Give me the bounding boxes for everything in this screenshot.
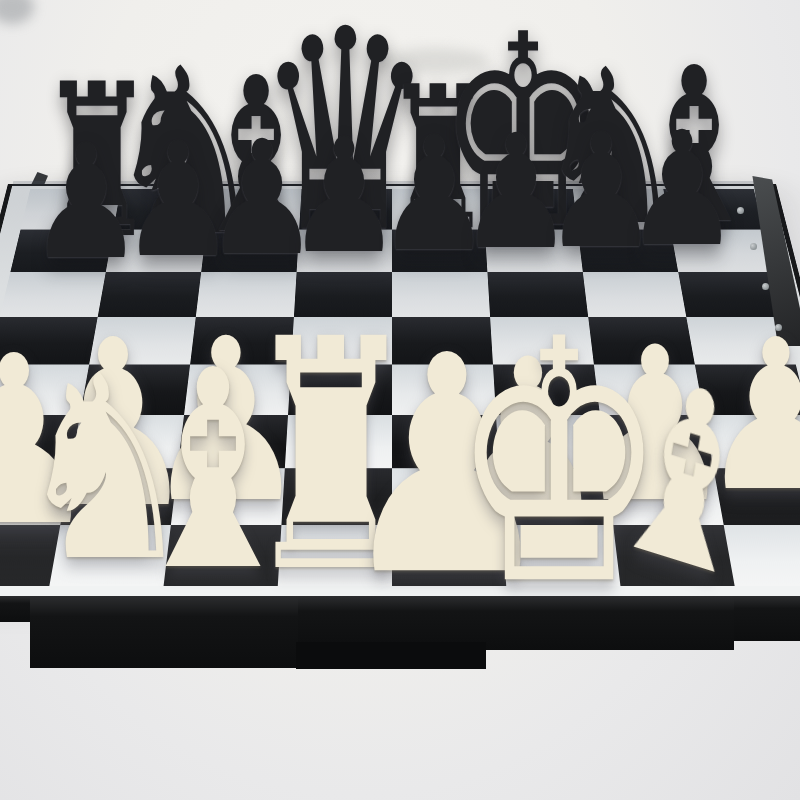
square-e1 <box>392 525 506 586</box>
square-b7 <box>106 230 207 273</box>
square-f4 <box>493 364 600 414</box>
square-b4 <box>80 364 190 414</box>
square-b6 <box>98 272 201 317</box>
square-g2 <box>606 468 723 525</box>
square-f7 <box>485 230 583 273</box>
square-a4 <box>0 364 89 414</box>
square-f2 <box>499 468 613 525</box>
square-c6 <box>196 272 297 317</box>
square-d8 <box>299 189 392 229</box>
square-b5 <box>89 317 196 365</box>
square-b3 <box>70 415 184 468</box>
square-b8 <box>113 189 211 229</box>
square-a7 <box>10 230 113 273</box>
square-d2 <box>281 468 392 525</box>
square-c7 <box>201 230 299 273</box>
square-f6 <box>487 272 588 317</box>
square-e7 <box>392 230 487 273</box>
chess-set-photo: ♜♞♝♛♜♚♞♝♟♟♟♟♟♟♟♟♟♟♟♟♟♟♞♝♜♟♚♝ <box>0 0 800 800</box>
square-f5 <box>490 317 594 365</box>
margin-rivet <box>775 324 782 331</box>
square-c1 <box>164 525 282 586</box>
square-a8 <box>21 189 121 229</box>
square-g6 <box>583 272 686 317</box>
square-h3 <box>704 415 800 468</box>
square-c2 <box>171 468 285 525</box>
square-a2 <box>0 468 70 525</box>
square-e4 <box>392 364 496 414</box>
square-e5 <box>392 317 493 365</box>
square-h1 <box>724 525 800 586</box>
chess-board <box>0 186 800 599</box>
margin-rivet <box>737 207 744 214</box>
square-h4 <box>695 364 800 414</box>
square-g4 <box>594 364 704 414</box>
square-d1 <box>278 525 392 586</box>
case-front-rim <box>30 596 298 668</box>
square-a3 <box>0 415 80 468</box>
case-front-rim <box>734 596 800 641</box>
square-g5 <box>588 317 695 365</box>
square-c8 <box>206 189 301 229</box>
square-a5 <box>0 317 98 365</box>
square-d4 <box>288 364 392 414</box>
square-g1 <box>613 525 734 586</box>
square-f1 <box>503 525 621 586</box>
square-h8 <box>663 189 763 229</box>
background-smudge <box>380 48 490 74</box>
margin-rivet <box>750 243 757 250</box>
square-g3 <box>600 415 714 468</box>
case-latch <box>296 642 486 669</box>
margin-rivet <box>762 283 769 290</box>
square-c5 <box>190 317 294 365</box>
square-e3 <box>392 415 499 468</box>
square-e2 <box>392 468 503 525</box>
square-d6 <box>294 272 392 317</box>
square-a6 <box>0 272 106 317</box>
square-e8 <box>392 189 485 229</box>
square-d3 <box>285 415 392 468</box>
square-e6 <box>392 272 490 317</box>
square-g7 <box>578 230 679 273</box>
square-g8 <box>573 189 671 229</box>
background-smudge <box>0 0 34 24</box>
square-c3 <box>178 415 288 468</box>
square-h7 <box>671 230 774 273</box>
square-b1 <box>49 525 170 586</box>
square-h2 <box>714 468 800 525</box>
square-d5 <box>291 317 392 365</box>
square-b2 <box>60 468 177 525</box>
square-c4 <box>184 364 291 414</box>
square-d7 <box>297 230 392 273</box>
square-f3 <box>496 415 606 468</box>
square-f8 <box>482 189 577 229</box>
